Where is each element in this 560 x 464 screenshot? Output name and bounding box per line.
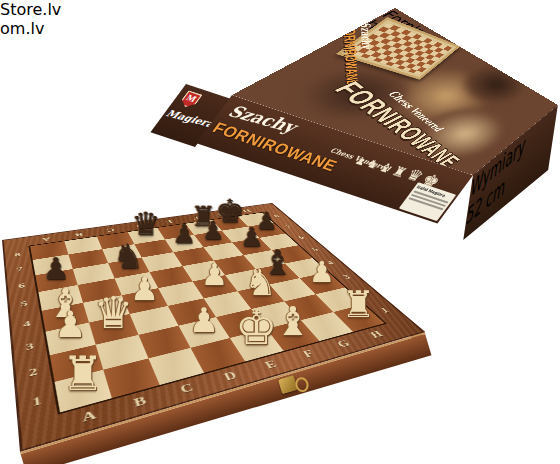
watermark-text-small: om.lv [0,19,560,38]
watermark-text: Store.lv [0,0,560,19]
maker-info-panel: Rafał Magiera [399,182,456,221]
brass-latch-ring-icon [294,376,311,394]
product-photo-stage: Szachy FORNIROWANE Chess Veneered FORNIR… [0,0,560,464]
